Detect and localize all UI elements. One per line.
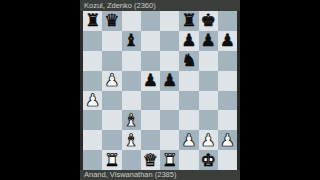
square-a2[interactable] xyxy=(83,130,102,150)
square-f5[interactable] xyxy=(179,71,198,91)
square-g8[interactable]: ♚ xyxy=(199,11,218,31)
square-c6[interactable] xyxy=(122,51,141,71)
square-c7[interactable]: ♝ xyxy=(122,31,141,51)
piece-white-bishop: ♝ xyxy=(124,132,139,149)
piece-black-rook: ♜ xyxy=(181,12,196,29)
square-a5[interactable] xyxy=(83,71,102,91)
square-d5[interactable]: ♟ xyxy=(141,71,160,91)
square-e6[interactable] xyxy=(160,51,179,71)
square-g7[interactable]: ♟ xyxy=(199,31,218,51)
square-e7[interactable] xyxy=(160,31,179,51)
player-bottom-label: Anand, Viswanathan (2385) xyxy=(80,170,240,180)
square-a8[interactable]: ♜ xyxy=(83,11,102,31)
square-h3[interactable] xyxy=(218,110,237,130)
square-c1[interactable] xyxy=(122,150,141,170)
square-b6[interactable] xyxy=(102,51,121,71)
square-c2[interactable]: ♝ xyxy=(122,130,141,150)
square-b3[interactable] xyxy=(102,110,121,130)
square-a4[interactable]: ♟ xyxy=(83,91,102,111)
square-a3[interactable] xyxy=(83,110,102,130)
square-d4[interactable] xyxy=(141,91,160,111)
chess-board: ♜♛♜♚♝♟♟♟♞♟♟♟♟♝♝♟♟♟♜♛♜♚ xyxy=(83,11,237,170)
square-f2[interactable]: ♟ xyxy=(179,130,198,150)
piece-white-pawn: ♟ xyxy=(181,132,196,149)
square-b5[interactable]: ♟ xyxy=(102,71,121,91)
square-h5[interactable] xyxy=(218,71,237,91)
square-e3[interactable] xyxy=(160,110,179,130)
square-d1[interactable]: ♛ xyxy=(141,150,160,170)
piece-black-knight: ♞ xyxy=(181,52,196,69)
square-e4[interactable] xyxy=(160,91,179,111)
square-b1[interactable]: ♜ xyxy=(102,150,121,170)
square-g3[interactable] xyxy=(199,110,218,130)
square-e5[interactable]: ♟ xyxy=(160,71,179,91)
piece-black-pawn: ♟ xyxy=(143,72,158,89)
piece-white-rook: ♜ xyxy=(162,152,177,169)
piece-white-pawn: ♟ xyxy=(220,132,235,149)
square-d7[interactable] xyxy=(141,31,160,51)
square-a1[interactable] xyxy=(83,150,102,170)
square-c3[interactable]: ♝ xyxy=(122,110,141,130)
square-f6[interactable]: ♞ xyxy=(179,51,198,71)
square-e2[interactable] xyxy=(160,130,179,150)
square-h1[interactable] xyxy=(218,150,237,170)
square-d6[interactable] xyxy=(141,51,160,71)
piece-white-rook: ♜ xyxy=(104,152,119,169)
piece-white-pawn: ♟ xyxy=(201,132,216,149)
square-h8[interactable] xyxy=(218,11,237,31)
game-panel: Kozul, Zdenko (2360) ♜♛♜♚♝♟♟♟♞♟♟♟♟♝♝♟♟♟♜… xyxy=(80,0,240,180)
square-h4[interactable] xyxy=(218,91,237,111)
square-f4[interactable] xyxy=(179,91,198,111)
square-g5[interactable] xyxy=(199,71,218,91)
piece-black-pawn: ♟ xyxy=(181,32,196,49)
square-c8[interactable] xyxy=(122,11,141,31)
piece-black-pawn: ♟ xyxy=(220,32,235,49)
square-f1[interactable] xyxy=(179,150,198,170)
square-c5[interactable] xyxy=(122,71,141,91)
square-a7[interactable] xyxy=(83,31,102,51)
square-g1[interactable]: ♚ xyxy=(199,150,218,170)
piece-black-king: ♚ xyxy=(201,12,216,29)
square-e8[interactable] xyxy=(160,11,179,31)
piece-black-pawn: ♟ xyxy=(162,72,177,89)
piece-white-pawn: ♟ xyxy=(85,92,100,109)
square-d8[interactable] xyxy=(141,11,160,31)
player-top-label: Kozul, Zdenko (2360) xyxy=(80,0,240,11)
square-a6[interactable] xyxy=(83,51,102,71)
square-b8[interactable]: ♛ xyxy=(102,11,121,31)
square-f3[interactable] xyxy=(179,110,198,130)
piece-white-pawn: ♟ xyxy=(104,72,119,89)
piece-black-rook: ♜ xyxy=(85,12,100,29)
square-b2[interactable] xyxy=(102,130,121,150)
square-h7[interactable]: ♟ xyxy=(218,31,237,51)
piece-black-pawn: ♟ xyxy=(201,32,216,49)
piece-white-bishop: ♝ xyxy=(124,112,139,129)
square-h6[interactable] xyxy=(218,51,237,71)
square-e1[interactable]: ♜ xyxy=(160,150,179,170)
square-b4[interactable] xyxy=(102,91,121,111)
square-g2[interactable]: ♟ xyxy=(199,130,218,150)
piece-black-queen: ♛ xyxy=(104,12,119,29)
square-d2[interactable] xyxy=(141,130,160,150)
square-h2[interactable]: ♟ xyxy=(218,130,237,150)
square-f7[interactable]: ♟ xyxy=(179,31,198,51)
piece-black-bishop: ♝ xyxy=(124,32,139,49)
square-f8[interactable]: ♜ xyxy=(179,11,198,31)
piece-white-king: ♚ xyxy=(201,152,216,169)
square-b7[interactable] xyxy=(102,31,121,51)
piece-white-queen: ♛ xyxy=(143,152,158,169)
square-g4[interactable] xyxy=(199,91,218,111)
square-g6[interactable] xyxy=(199,51,218,71)
square-d3[interactable] xyxy=(141,110,160,130)
square-c4[interactable] xyxy=(122,91,141,111)
